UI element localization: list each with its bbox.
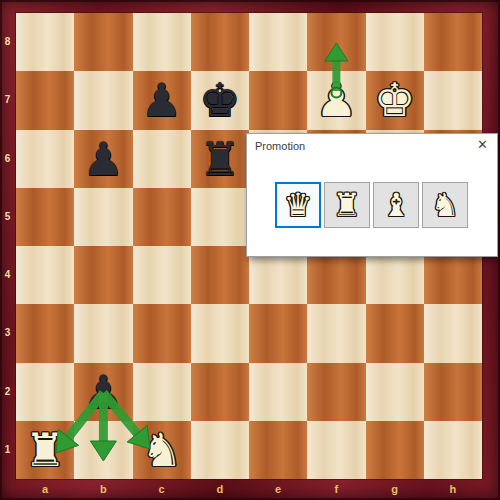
square-c7[interactable]	[133, 71, 191, 129]
queen-piece-icon: ♛	[284, 189, 313, 221]
square-b3[interactable]	[74, 304, 132, 362]
square-f8[interactable]	[307, 13, 365, 71]
square-g1[interactable]	[366, 421, 424, 479]
square-b8[interactable]	[74, 13, 132, 71]
square-b5[interactable]	[74, 188, 132, 246]
square-e7[interactable]	[249, 71, 307, 129]
square-d5[interactable]	[191, 188, 249, 246]
file-label-b: b	[74, 482, 132, 499]
square-d8[interactable]	[191, 13, 249, 71]
promotion-dialog-title: Promotion	[255, 140, 305, 152]
square-h2[interactable]	[424, 363, 482, 421]
square-d3[interactable]	[191, 304, 249, 362]
file-label-d: d	[191, 482, 249, 499]
square-d7[interactable]	[191, 71, 249, 129]
square-f3[interactable]	[307, 304, 365, 362]
square-a8[interactable]	[16, 13, 74, 71]
square-g3[interactable]	[366, 304, 424, 362]
square-a4[interactable]	[16, 246, 74, 304]
square-b4[interactable]	[74, 246, 132, 304]
square-a7[interactable]	[16, 71, 74, 129]
rank-label-8: 8	[0, 13, 15, 71]
square-b1[interactable]	[74, 421, 132, 479]
square-b7[interactable]	[74, 71, 132, 129]
square-c1[interactable]	[133, 421, 191, 479]
promotion-dialog: Promotion ✕ ♛♜♝♞	[246, 133, 498, 257]
promotion-options: ♛♜♝♞	[275, 182, 468, 228]
square-c4[interactable]	[133, 246, 191, 304]
square-g8[interactable]	[366, 13, 424, 71]
close-icon[interactable]: ✕	[477, 138, 488, 152]
square-c8[interactable]	[133, 13, 191, 71]
promote-queen-button[interactable]: ♛	[275, 182, 321, 228]
file-label-c: c	[133, 482, 191, 499]
square-a6[interactable]	[16, 130, 74, 188]
square-h8[interactable]	[424, 13, 482, 71]
square-f2[interactable]	[307, 363, 365, 421]
square-c2[interactable]	[133, 363, 191, 421]
square-g2[interactable]	[366, 363, 424, 421]
square-h1[interactable]	[424, 421, 482, 479]
rank-label-4: 4	[0, 246, 15, 304]
square-e8[interactable]	[249, 13, 307, 71]
square-a3[interactable]	[16, 304, 74, 362]
square-c3[interactable]	[133, 304, 191, 362]
square-c5[interactable]	[133, 188, 191, 246]
square-b2[interactable]	[74, 363, 132, 421]
promote-bishop-button[interactable]: ♝	[373, 182, 419, 228]
knight-piece-icon: ♞	[431, 189, 460, 221]
rank-label-1: 1	[0, 421, 15, 479]
rank-label-7: 7	[0, 71, 15, 129]
rank-label-6: 6	[0, 130, 15, 188]
square-f1[interactable]	[307, 421, 365, 479]
square-d1[interactable]	[191, 421, 249, 479]
square-a2[interactable]	[16, 363, 74, 421]
file-label-e: e	[249, 482, 307, 499]
square-h3[interactable]	[424, 304, 482, 362]
square-b6[interactable]	[74, 130, 132, 188]
file-label-a: a	[16, 482, 74, 499]
square-d4[interactable]	[191, 246, 249, 304]
promote-rook-button[interactable]: ♜	[324, 182, 370, 228]
file-label-g: g	[366, 482, 424, 499]
square-c6[interactable]	[133, 130, 191, 188]
square-e2[interactable]	[249, 363, 307, 421]
square-d6[interactable]	[191, 130, 249, 188]
square-d2[interactable]	[191, 363, 249, 421]
file-label-h: h	[424, 482, 482, 499]
bishop-piece-icon: ♝	[382, 189, 411, 221]
rank-label-3: 3	[0, 304, 15, 362]
square-g7[interactable]	[366, 71, 424, 129]
square-e1[interactable]	[249, 421, 307, 479]
file-label-f: f	[307, 482, 365, 499]
square-a5[interactable]	[16, 188, 74, 246]
rank-label-5: 5	[0, 188, 15, 246]
square-e3[interactable]	[249, 304, 307, 362]
square-a1[interactable]	[16, 421, 74, 479]
rank-label-2: 2	[0, 363, 15, 421]
square-f7[interactable]	[307, 71, 365, 129]
square-h7[interactable]	[424, 71, 482, 129]
rook-piece-icon: ♜	[333, 189, 362, 221]
chess-app-window: 87654321abcdefgh ♟♚♟♜♟♟♚♜♞ Promotion ✕ ♛…	[0, 0, 500, 500]
promote-knight-button[interactable]: ♞	[422, 182, 468, 228]
